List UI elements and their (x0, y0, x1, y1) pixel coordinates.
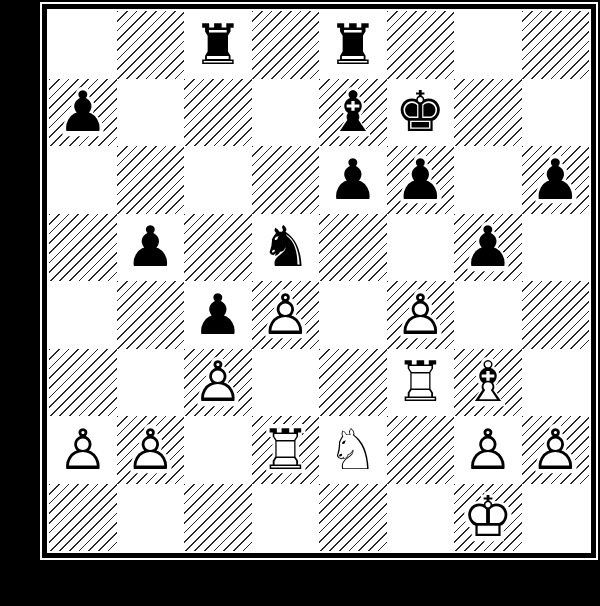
piece-halo: ♟ (451, 210, 525, 284)
piece-black-pawn-e6[interactable]: ♟♟ (319, 146, 387, 214)
square-h8[interactable] (522, 11, 590, 79)
piece-black-king-f7[interactable]: ♚♚ (387, 79, 455, 147)
piece-halo: ♝ (451, 345, 525, 419)
piece-black-rook-e8[interactable]: ♜♜ (319, 11, 387, 79)
square-e6[interactable]: ♟♟ (319, 146, 387, 214)
square-d8[interactable] (252, 11, 320, 79)
square-d2[interactable]: ♜♜♖ (252, 416, 320, 484)
square-b1[interactable] (117, 484, 185, 552)
square-h5[interactable] (522, 214, 590, 282)
square-g3[interactable]: ♝♝♗ (454, 349, 522, 417)
square-g7[interactable] (454, 79, 522, 147)
square-g5[interactable]: ♟♟ (454, 214, 522, 282)
piece-halo: ♟ (451, 413, 525, 487)
piece-filled-glyph: ♟ (522, 146, 590, 214)
piece-filled-glyph: ♟ (387, 146, 455, 214)
piece-filled-glyph: ♚ (387, 79, 455, 147)
canvas-background: ♜♜♜♜♟♟♝♝♚♚♟♟♟♟♟♟♟♟♞♞♟♟♟♟♟♟♙♟♟♙♟♟♙♜♜♖♝♝♗♟… (0, 0, 600, 606)
board-outer-margin: ♜♜♜♜♟♟♝♝♚♚♟♟♟♟♟♟♟♟♞♞♟♟♟♟♟♟♙♟♟♙♟♟♙♜♜♖♝♝♗♟… (40, 2, 598, 560)
square-h4[interactable] (522, 281, 590, 349)
square-f6[interactable]: ♟♟ (387, 146, 455, 214)
piece-white-pawn-d4[interactable]: ♟♟♙ (252, 281, 320, 349)
piece-filled-glyph: ♟ (184, 281, 252, 349)
square-f2[interactable] (387, 416, 455, 484)
piece-black-pawn-g5[interactable]: ♟♟ (454, 214, 522, 282)
square-h7[interactable] (522, 79, 590, 147)
piece-filled-glyph: ♟ (49, 79, 117, 147)
square-d7[interactable] (252, 79, 320, 147)
piece-white-pawn-b2[interactable]: ♟♟♙ (117, 416, 185, 484)
square-c1[interactable] (184, 484, 252, 552)
piece-white-bishop-g3[interactable]: ♝♝♗ (454, 349, 522, 417)
piece-white-pawn-a2[interactable]: ♟♟♙ (49, 416, 117, 484)
piece-white-fill: ♟ (184, 349, 252, 417)
square-a7[interactable]: ♟♟ (49, 79, 117, 147)
piece-outline-glyph: ♖ (387, 349, 455, 417)
piece-halo: ♚ (451, 480, 525, 554)
piece-white-fill: ♜ (252, 416, 320, 484)
piece-white-fill: ♟ (387, 281, 455, 349)
piece-halo: ♜ (316, 8, 390, 82)
piece-black-pawn-c4[interactable]: ♟♟ (184, 281, 252, 349)
square-e1[interactable] (319, 484, 387, 552)
square-b2[interactable]: ♟♟♙ (117, 416, 185, 484)
square-c3[interactable]: ♟♟♙ (184, 349, 252, 417)
piece-halo: ♝ (316, 75, 390, 149)
piece-outline-glyph: ♖ (252, 416, 320, 484)
piece-black-pawn-h6[interactable]: ♟♟ (522, 146, 590, 214)
piece-halo: ♞ (316, 413, 390, 487)
piece-filled-glyph: ♜ (319, 11, 387, 79)
piece-halo: ♟ (383, 143, 457, 217)
square-d3[interactable] (252, 349, 320, 417)
square-h6[interactable]: ♟♟ (522, 146, 590, 214)
piece-white-king-g1[interactable]: ♚♚♔ (454, 484, 522, 552)
piece-halo: ♟ (46, 413, 120, 487)
piece-halo: ♚ (383, 75, 457, 149)
square-d5[interactable]: ♞♞ (252, 214, 320, 282)
piece-white-knight-e2[interactable]: ♞♞♘ (319, 416, 387, 484)
piece-halo: ♟ (113, 210, 187, 284)
square-f1[interactable] (387, 484, 455, 552)
piece-white-rook-d2[interactable]: ♜♜♖ (252, 416, 320, 484)
square-g1[interactable]: ♚♚♔ (454, 484, 522, 552)
piece-halo: ♟ (518, 413, 592, 487)
square-a4[interactable] (49, 281, 117, 349)
square-b4[interactable] (117, 281, 185, 349)
board-frame: ♜♜♜♜♟♟♝♝♚♚♟♟♟♟♟♟♟♟♞♞♟♟♟♟♟♟♙♟♟♙♟♟♙♜♜♖♝♝♗♟… (42, 4, 596, 558)
piece-white-fill: ♞ (319, 416, 387, 484)
piece-black-rook-c8[interactable]: ♜♜ (184, 11, 252, 79)
square-c6[interactable] (184, 146, 252, 214)
chess-board: ♜♜♜♜♟♟♝♝♚♚♟♟♟♟♟♟♟♟♞♞♟♟♟♟♟♟♙♟♟♙♟♟♙♜♜♖♝♝♗♟… (49, 11, 589, 551)
square-f4[interactable]: ♟♟♙ (387, 281, 455, 349)
square-g4[interactable] (454, 281, 522, 349)
piece-black-pawn-f6[interactable]: ♟♟ (387, 146, 455, 214)
square-d4[interactable]: ♟♟♙ (252, 281, 320, 349)
piece-white-fill: ♟ (117, 416, 185, 484)
piece-halo: ♜ (248, 413, 322, 487)
piece-black-knight-d5[interactable]: ♞♞ (252, 214, 320, 282)
piece-outline-glyph: ♘ (319, 416, 387, 484)
piece-halo: ♜ (181, 8, 255, 82)
square-e2[interactable]: ♞♞♘ (319, 416, 387, 484)
square-c5[interactable] (184, 214, 252, 282)
piece-white-fill: ♟ (49, 416, 117, 484)
square-b8[interactable] (117, 11, 185, 79)
square-a1[interactable] (49, 484, 117, 552)
piece-white-pawn-f4[interactable]: ♟♟♙ (387, 281, 455, 349)
piece-halo: ♟ (316, 143, 390, 217)
piece-filled-glyph: ♟ (454, 214, 522, 282)
piece-white-pawn-c3[interactable]: ♟♟♙ (184, 349, 252, 417)
piece-white-fill: ♜ (387, 349, 455, 417)
piece-halo: ♟ (248, 278, 322, 352)
square-c7[interactable] (184, 79, 252, 147)
square-e8[interactable]: ♜♜ (319, 11, 387, 79)
piece-white-fill: ♟ (522, 416, 590, 484)
square-c2[interactable] (184, 416, 252, 484)
piece-outline-glyph: ♙ (522, 416, 590, 484)
piece-outline-glyph: ♙ (252, 281, 320, 349)
square-c8[interactable]: ♜♜ (184, 11, 252, 79)
piece-white-fill: ♚ (454, 484, 522, 552)
square-e7[interactable]: ♝♝ (319, 79, 387, 147)
piece-filled-glyph: ♞ (252, 214, 320, 282)
piece-white-fill: ♟ (252, 281, 320, 349)
piece-halo: ♟ (113, 413, 187, 487)
square-a2[interactable]: ♟♟♙ (49, 416, 117, 484)
piece-halo: ♟ (181, 345, 255, 419)
piece-filled-glyph: ♝ (319, 79, 387, 147)
piece-white-rook-f3[interactable]: ♜♜♖ (387, 349, 455, 417)
piece-outline-glyph: ♔ (454, 484, 522, 552)
piece-white-fill: ♟ (454, 416, 522, 484)
square-a6[interactable] (49, 146, 117, 214)
piece-filled-glyph: ♟ (319, 146, 387, 214)
piece-filled-glyph: ♜ (184, 11, 252, 79)
piece-black-pawn-b5[interactable]: ♟♟ (117, 214, 185, 282)
square-d1[interactable] (252, 484, 320, 552)
square-e3[interactable] (319, 349, 387, 417)
piece-black-bishop-e7[interactable]: ♝♝ (319, 79, 387, 147)
piece-filled-glyph: ♟ (117, 214, 185, 282)
square-b5[interactable]: ♟♟ (117, 214, 185, 282)
square-b7[interactable] (117, 79, 185, 147)
square-c4[interactable]: ♟♟ (184, 281, 252, 349)
square-f8[interactable] (387, 11, 455, 79)
square-f5[interactable] (387, 214, 455, 282)
square-b3[interactable] (117, 349, 185, 417)
square-b6[interactable] (117, 146, 185, 214)
square-f7[interactable]: ♚♚ (387, 79, 455, 147)
piece-halo: ♟ (518, 143, 592, 217)
square-a5[interactable] (49, 214, 117, 282)
piece-halo: ♟ (181, 278, 255, 352)
square-e4[interactable] (319, 281, 387, 349)
piece-halo: ♟ (46, 75, 120, 149)
square-h1[interactable] (522, 484, 590, 552)
piece-outline-glyph: ♙ (49, 416, 117, 484)
square-f3[interactable]: ♜♜♖ (387, 349, 455, 417)
square-h3[interactable] (522, 349, 590, 417)
square-d6[interactable] (252, 146, 320, 214)
square-g2[interactable]: ♟♟♙ (454, 416, 522, 484)
piece-outline-glyph: ♙ (117, 416, 185, 484)
square-g6[interactable] (454, 146, 522, 214)
piece-white-pawn-h2[interactable]: ♟♟♙ (522, 416, 590, 484)
square-h2[interactable]: ♟♟♙ (522, 416, 590, 484)
piece-black-pawn-a7[interactable]: ♟♟ (49, 79, 117, 147)
square-a8[interactable] (49, 11, 117, 79)
square-e5[interactable] (319, 214, 387, 282)
piece-halo: ♜ (383, 345, 457, 419)
piece-white-pawn-g2[interactable]: ♟♟♙ (454, 416, 522, 484)
piece-outline-glyph: ♙ (184, 349, 252, 417)
piece-outline-glyph: ♙ (387, 281, 455, 349)
square-g8[interactable] (454, 11, 522, 79)
piece-outline-glyph: ♙ (454, 416, 522, 484)
piece-halo: ♟ (383, 278, 457, 352)
piece-outline-glyph: ♗ (454, 349, 522, 417)
piece-halo: ♞ (248, 210, 322, 284)
square-a3[interactable] (49, 349, 117, 417)
piece-white-fill: ♝ (454, 349, 522, 417)
